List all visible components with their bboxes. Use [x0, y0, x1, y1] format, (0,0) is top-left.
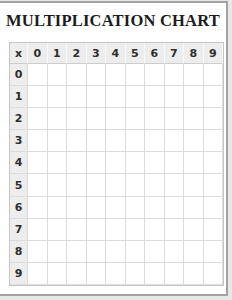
grid-cell: [145, 108, 165, 130]
grid-cell: [145, 219, 165, 241]
grid-cell: [87, 219, 107, 241]
grid-cell: [145, 152, 165, 174]
grid-cell: [184, 130, 204, 152]
grid-cell: [87, 108, 107, 130]
grid-cell: [165, 241, 185, 263]
grid-cell: [48, 86, 68, 108]
grid-cell: [204, 64, 224, 86]
grid-cell: [126, 174, 146, 196]
grid-cell: [28, 263, 48, 285]
grid-cell: [87, 130, 107, 152]
grid-cell: [165, 130, 185, 152]
column-header-cell: 6: [145, 43, 165, 64]
grid-cell: [184, 64, 204, 86]
row-header-cell: 0: [10, 64, 28, 86]
row-header-cell: 8: [10, 241, 28, 263]
corner-cell: x: [10, 43, 28, 64]
grid-cell: [48, 64, 68, 86]
grid-cell: [184, 241, 204, 263]
grid-cell: [184, 197, 204, 219]
grid-cell: [165, 174, 185, 196]
grid-cell: [145, 263, 165, 285]
grid-cell: [48, 197, 68, 219]
grid-cell: [204, 174, 224, 196]
row-header-cell: 3: [10, 130, 28, 152]
column-header-cell: 7: [165, 43, 185, 64]
grid-cell: [48, 241, 68, 263]
grid-cell: [67, 174, 87, 196]
grid-cell: [67, 86, 87, 108]
grid-cell: [126, 86, 146, 108]
grid-cell: [204, 219, 224, 241]
grid-cell: [126, 130, 146, 152]
grid-cell: [165, 86, 185, 108]
row-header-cell: 2: [10, 108, 28, 130]
grid-cell: [126, 152, 146, 174]
grid-cell: [87, 197, 107, 219]
row-header-cell: 5: [10, 174, 28, 196]
grid-cell: [48, 152, 68, 174]
row-header-cell: 4: [10, 152, 28, 174]
grid-cell: [204, 86, 224, 108]
grid-cell: [165, 152, 185, 174]
chart-title: MULTIPLICATION CHART: [0, 11, 226, 31]
grid-cell: [48, 108, 68, 130]
grid-cell: [67, 219, 87, 241]
grid-cell: [106, 130, 126, 152]
grid-cell: [145, 241, 165, 263]
grid-cell: [126, 219, 146, 241]
grid-cell: [184, 174, 204, 196]
grid-cell: [48, 174, 68, 196]
grid-cell: [184, 263, 204, 285]
grid-cell: [67, 108, 87, 130]
grid-cell: [126, 64, 146, 86]
grid-cell: [87, 174, 107, 196]
grid-cell: [204, 263, 224, 285]
grid-cell: [145, 197, 165, 219]
grid-cell: [67, 152, 87, 174]
grid-cell: [28, 86, 48, 108]
row-header-cell: 1: [10, 86, 28, 108]
column-header-cell: 0: [28, 43, 48, 64]
grid-cell: [28, 197, 48, 219]
column-header-cell: 3: [87, 43, 107, 64]
grid-cell: [165, 108, 185, 130]
grid-cell: [67, 241, 87, 263]
grid-cell: [106, 263, 126, 285]
grid-cell: [145, 130, 165, 152]
grid-cell: [67, 197, 87, 219]
grid-cell: [165, 64, 185, 86]
multiplication-grid: x01234567890123456789: [9, 42, 224, 286]
grid-cell: [28, 152, 48, 174]
grid-cell: [165, 219, 185, 241]
grid-cell: [165, 263, 185, 285]
grid-cell: [106, 197, 126, 219]
row-header-cell: 9: [10, 263, 28, 285]
grid-cell: [145, 86, 165, 108]
grid-cell: [145, 64, 165, 86]
grid-cell: [28, 174, 48, 196]
row-header-cell: 7: [10, 219, 28, 241]
grid-cell: [87, 152, 107, 174]
row-header-cell: 6: [10, 197, 28, 219]
column-header-cell: 9: [204, 43, 224, 64]
grid-cell: [184, 152, 204, 174]
grid-cell: [28, 130, 48, 152]
grid-cell: [106, 174, 126, 196]
grid-cell: [48, 263, 68, 285]
grid-cell: [204, 197, 224, 219]
grid-cell: [204, 152, 224, 174]
column-header-cell: 5: [126, 43, 146, 64]
grid-cell: [184, 219, 204, 241]
grid-cell: [184, 86, 204, 108]
grid-cell: [87, 64, 107, 86]
column-header-cell: 2: [67, 43, 87, 64]
column-header-cell: 4: [106, 43, 126, 64]
grid-cell: [106, 64, 126, 86]
grid-cell: [87, 86, 107, 108]
grid-cell: [145, 174, 165, 196]
grid-cell: [106, 108, 126, 130]
grid-cell: [204, 108, 224, 130]
grid-cell: [28, 241, 48, 263]
grid-cell: [87, 263, 107, 285]
grid-cell: [48, 130, 68, 152]
grid-cell: [165, 197, 185, 219]
grid-cell: [106, 152, 126, 174]
grid-cell: [67, 263, 87, 285]
column-header-cell: 8: [184, 43, 204, 64]
grid-cell: [184, 108, 204, 130]
column-header-cell: 1: [48, 43, 68, 64]
grid-cell: [106, 241, 126, 263]
grid-cell: [28, 108, 48, 130]
grid-cell: [28, 64, 48, 86]
grid-cell: [106, 86, 126, 108]
grid-cell: [204, 241, 224, 263]
grid-cell: [67, 64, 87, 86]
grid-cell: [126, 108, 146, 130]
grid-cell: [126, 263, 146, 285]
grid-cell: [67, 130, 87, 152]
grid-cell: [87, 241, 107, 263]
grid-cell: [204, 130, 224, 152]
grid-cell: [28, 219, 48, 241]
grid-cell: [48, 219, 68, 241]
grid-cell: [126, 241, 146, 263]
worksheet-page: MULTIPLICATION CHART x012345678901234567…: [0, 1, 228, 296]
grid-cell: [126, 197, 146, 219]
worksheet-screenshot: MULTIPLICATION CHART x012345678901234567…: [0, 0, 232, 300]
grid-cell: [106, 219, 126, 241]
